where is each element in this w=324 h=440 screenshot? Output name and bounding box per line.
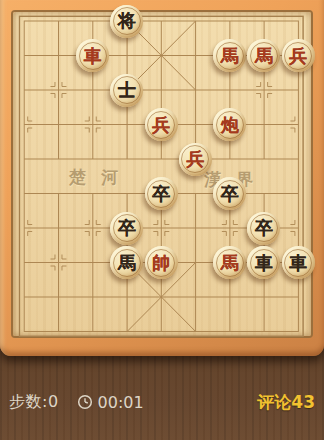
piece-black-卒[interactable]: 卒 bbox=[110, 212, 143, 245]
piece-black-車[interactable]: 車 bbox=[282, 246, 315, 279]
piece-black-卒[interactable]: 卒 bbox=[247, 212, 280, 245]
xiangqi-app-screen: 楚河 漢界 将車馬馬兵士兵炮兵卒卒卒卒馬帥馬車車 步数:0 00:01 评论43 bbox=[0, 0, 324, 440]
piece-black-士[interactable]: 士 bbox=[110, 74, 143, 107]
steps-label: 步数: bbox=[9, 392, 48, 411]
comments-button[interactable]: 评论43 bbox=[257, 391, 315, 414]
piece-black-卒[interactable]: 卒 bbox=[145, 177, 178, 210]
status-bar: 步数:0 00:01 评论43 bbox=[0, 384, 324, 420]
piece-black-卒[interactable]: 卒 bbox=[213, 177, 246, 210]
timer-value: 00:01 bbox=[98, 393, 144, 412]
piece-black-車[interactable]: 車 bbox=[247, 246, 280, 279]
piece-red-馬[interactable]: 馬 bbox=[247, 39, 280, 72]
piece-red-兵[interactable]: 兵 bbox=[179, 143, 212, 176]
piece-red-帥[interactable]: 帥 bbox=[145, 246, 178, 279]
piece-red-兵[interactable]: 兵 bbox=[282, 39, 315, 72]
piece-red-炮[interactable]: 炮 bbox=[213, 108, 246, 141]
steps-value: 0 bbox=[48, 392, 59, 411]
piece-black-馬[interactable]: 馬 bbox=[110, 246, 143, 279]
timer: 00:01 bbox=[77, 393, 144, 412]
piece-black-将[interactable]: 将 bbox=[110, 5, 143, 38]
piece-red-兵[interactable]: 兵 bbox=[145, 108, 178, 141]
clock-icon bbox=[77, 394, 93, 410]
piece-red-車[interactable]: 車 bbox=[76, 39, 109, 72]
piece-red-馬[interactable]: 馬 bbox=[213, 39, 246, 72]
steps-counter: 步数:0 bbox=[9, 392, 59, 413]
piece-red-馬[interactable]: 馬 bbox=[213, 246, 246, 279]
piece-grid: 将車馬馬兵士兵炮兵卒卒卒卒馬帥馬車車 bbox=[7, 4, 316, 349]
